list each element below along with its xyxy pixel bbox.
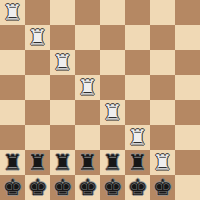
square-b2[interactable]: ♜ (25, 150, 50, 175)
square-e4[interactable]: ♜ (100, 100, 125, 125)
square-d4[interactable] (75, 100, 100, 125)
square-b8[interactable] (25, 0, 50, 25)
square-c3[interactable] (50, 125, 75, 150)
black-king: ♚ (153, 175, 173, 200)
square-g7[interactable] (150, 25, 175, 50)
square-d1[interactable]: ♚ (75, 175, 100, 200)
square-f8[interactable] (125, 0, 150, 25)
square-c1[interactable]: ♚ (50, 175, 75, 200)
square-e3[interactable] (100, 125, 125, 150)
square-d5[interactable]: ♜ (75, 75, 100, 100)
square-h8[interactable] (175, 0, 200, 25)
white-rook: ♜ (3, 0, 23, 25)
square-a3[interactable] (0, 125, 25, 150)
black-king: ♚ (128, 175, 148, 200)
square-b3[interactable] (25, 125, 50, 150)
square-f3[interactable]: ♜ (125, 125, 150, 150)
square-f6[interactable] (125, 50, 150, 75)
square-g8[interactable] (150, 0, 175, 25)
square-g6[interactable] (150, 50, 175, 75)
square-e7[interactable] (100, 25, 125, 50)
square-c6[interactable]: ♜ (50, 50, 75, 75)
square-h3[interactable] (175, 125, 200, 150)
square-f2[interactable]: ♜ (125, 150, 150, 175)
square-b7[interactable]: ♜ (25, 25, 50, 50)
black-king: ♚ (3, 175, 23, 200)
square-g1[interactable]: ♚ (150, 175, 175, 200)
square-a4[interactable] (0, 100, 25, 125)
square-h5[interactable] (175, 75, 200, 100)
square-f7[interactable] (125, 25, 150, 50)
square-f4[interactable] (125, 100, 150, 125)
square-b6[interactable] (25, 50, 50, 75)
square-a1[interactable]: ♚ (0, 175, 25, 200)
square-b1[interactable]: ♚ (25, 175, 50, 200)
black-rook: ♜ (3, 150, 23, 175)
square-a5[interactable] (0, 75, 25, 100)
square-c2[interactable]: ♜ (50, 150, 75, 175)
white-rook: ♜ (53, 50, 73, 75)
white-rook: ♜ (28, 25, 48, 50)
black-king: ♚ (103, 175, 123, 200)
square-a2[interactable]: ♜ (0, 150, 25, 175)
square-b5[interactable] (25, 75, 50, 100)
black-rook: ♜ (28, 150, 48, 175)
square-f1[interactable]: ♚ (125, 175, 150, 200)
square-e1[interactable]: ♚ (100, 175, 125, 200)
square-a8[interactable]: ♜ (0, 0, 25, 25)
square-a7[interactable] (0, 25, 25, 50)
square-g2[interactable]: ♜ (150, 150, 175, 175)
square-h7[interactable] (175, 25, 200, 50)
square-g5[interactable] (150, 75, 175, 100)
chess-board: ♜♜♜♜♜♜♜♜♜♜♜♜♜♚♚♚♚♚♚♚ (0, 0, 200, 200)
black-rook: ♜ (53, 150, 73, 175)
square-f5[interactable] (125, 75, 150, 100)
square-d2[interactable]: ♜ (75, 150, 100, 175)
square-h2[interactable] (175, 150, 200, 175)
white-rook: ♜ (153, 150, 173, 175)
black-rook: ♜ (103, 150, 123, 175)
square-e5[interactable] (100, 75, 125, 100)
square-c5[interactable] (50, 75, 75, 100)
square-e2[interactable]: ♜ (100, 150, 125, 175)
square-d7[interactable] (75, 25, 100, 50)
square-c4[interactable] (50, 100, 75, 125)
square-c7[interactable] (50, 25, 75, 50)
black-king: ♚ (78, 175, 98, 200)
black-king: ♚ (53, 175, 73, 200)
square-h4[interactable] (175, 100, 200, 125)
square-d3[interactable] (75, 125, 100, 150)
square-e8[interactable] (100, 0, 125, 25)
square-d6[interactable] (75, 50, 100, 75)
square-g3[interactable] (150, 125, 175, 150)
square-g4[interactable] (150, 100, 175, 125)
black-king: ♚ (28, 175, 48, 200)
square-e6[interactable] (100, 50, 125, 75)
white-rook: ♜ (78, 75, 98, 100)
black-rook: ♜ (128, 150, 148, 175)
square-h1[interactable] (175, 175, 200, 200)
square-d8[interactable] (75, 0, 100, 25)
square-b4[interactable] (25, 100, 50, 125)
black-rook: ♜ (78, 150, 98, 175)
square-h6[interactable] (175, 50, 200, 75)
white-rook: ♜ (103, 100, 123, 125)
white-rook: ♜ (128, 125, 148, 150)
square-a6[interactable] (0, 50, 25, 75)
square-c8[interactable] (50, 0, 75, 25)
